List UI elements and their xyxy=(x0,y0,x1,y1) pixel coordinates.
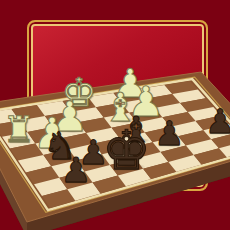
piece-black-pawn-h3[interactable]: ♟ xyxy=(203,105,230,139)
scene: ♚♟♜♟♝♟♟♞♝♟♟♟♟♚ xyxy=(0,0,230,230)
piece-black-king-d2[interactable]: ♚ xyxy=(99,124,153,178)
piece-black-pawn-b2[interactable]: ♟ xyxy=(59,153,93,187)
piece-black-pawn-f3[interactable]: ♟ xyxy=(153,117,187,151)
